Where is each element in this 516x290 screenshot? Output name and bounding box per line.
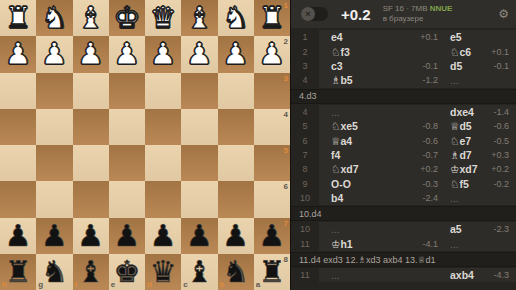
- white-pawn: ♟: [258, 39, 285, 69]
- engine-name: SF 16 · 7MB: [383, 4, 428, 13]
- black-move[interactable]: a5: [450, 223, 462, 235]
- square-f8[interactable]: ♝f: [73, 254, 109, 290]
- move-row: 10...a5-2.3: [291, 222, 516, 236]
- white-queen: ♛: [150, 3, 177, 33]
- move-eval: -0.1: [493, 61, 509, 71]
- move-number: 6: [291, 133, 319, 147]
- white-bishop: ♝: [186, 3, 213, 33]
- move-row: 4♗b5-1.2...: [291, 73, 516, 87]
- white-move-cell[interactable]: ...: [319, 222, 444, 236]
- move-list: 1e4+0.1e52♘f3♘c6+0.13c3-0.1d5-0.14♗b5-1.…: [291, 30, 516, 290]
- black-pawn: ♟: [77, 221, 104, 251]
- move-number: 1: [291, 30, 319, 44]
- black-move-cell[interactable]: e5: [444, 30, 516, 44]
- square-a1[interactable]: ♜1: [254, 0, 290, 36]
- black-pawn: ♟: [41, 221, 68, 251]
- square-a3[interactable]: 3: [254, 73, 290, 109]
- square-h6[interactable]: [0, 181, 36, 217]
- black-pawn: ♟: [150, 221, 177, 251]
- square-d5[interactable]: [145, 145, 181, 181]
- file-label-f: f: [75, 281, 78, 289]
- nnue-badge: NNUE: [430, 4, 453, 13]
- square-a7[interactable]: ♟7: [254, 218, 290, 254]
- white-pawn: ♟: [150, 39, 177, 69]
- analysis-panel: × +0.2 SF 16 · 7MB NNUE в браузере ⚙ 1e4…: [290, 0, 516, 290]
- chess-analysis-app: ♜♞♝♚♛♝♞♜1♟♟♟♟♟♟♟♟23456♟♟♟♟♟♟♟♟7♜h♞g♝f♚e♛…: [0, 0, 516, 290]
- black-bishop: ♝: [186, 257, 213, 287]
- engine-info: SF 16 · 7MB NNUE в браузере: [383, 4, 453, 25]
- move-number: 5: [291, 119, 319, 133]
- square-b7[interactable]: ♟: [218, 218, 254, 254]
- square-e2[interactable]: ♟: [109, 36, 145, 72]
- file-label-h: h: [2, 281, 7, 289]
- move-number: 8: [291, 162, 319, 176]
- black-move[interactable]: d5: [450, 60, 462, 72]
- square-c1[interactable]: ♝: [181, 0, 217, 36]
- move-number: 3: [291, 59, 319, 73]
- black-move[interactable]: ♘c6: [450, 46, 471, 58]
- white-move[interactable]: ♘f3: [331, 46, 350, 58]
- rank-label-4: 4: [284, 111, 288, 119]
- move-eval: -0.6: [493, 121, 509, 131]
- square-g7[interactable]: ♟: [36, 218, 72, 254]
- move-eval: -2.3: [493, 224, 509, 234]
- move-eval: +0.3: [491, 150, 509, 160]
- black-pawn: ♟: [222, 221, 249, 251]
- white-rook: ♜: [258, 3, 285, 33]
- square-c8[interactable]: ♝c: [181, 254, 217, 290]
- square-h7[interactable]: ♟: [0, 218, 36, 254]
- white-move-cell[interactable]: ♗b5-1.2: [319, 73, 444, 87]
- black-move-cell[interactable]: ...: [444, 237, 516, 251]
- move-eval: -0.1: [422, 61, 438, 71]
- black-move[interactable]: ...: [450, 238, 459, 250]
- black-rook: ♜: [5, 257, 32, 287]
- black-move-cell[interactable]: ...: [444, 191, 516, 205]
- square-f5[interactable]: [73, 145, 109, 181]
- square-f2[interactable]: ♟: [73, 36, 109, 72]
- move-row: 11♔h1-4.1...: [291, 237, 516, 251]
- black-pawn: ♟: [186, 221, 213, 251]
- engine-location: в браузере: [383, 14, 453, 24]
- move-eval: -0.6: [422, 136, 438, 146]
- rank-label-6: 6: [284, 183, 288, 191]
- move-number: 2: [291, 44, 319, 58]
- white-move-cell[interactable]: ♕a4-0.6: [319, 133, 444, 147]
- white-pawn: ♟: [113, 39, 140, 69]
- black-knight: ♞: [41, 257, 68, 287]
- move-number: 4: [291, 73, 319, 87]
- square-b2[interactable]: ♟: [218, 36, 254, 72]
- white-move-cell[interactable]: c3-0.1: [319, 59, 444, 73]
- square-e8[interactable]: ♚e: [109, 254, 145, 290]
- square-f7[interactable]: ♟: [73, 218, 109, 254]
- square-c2[interactable]: ♟: [181, 36, 217, 72]
- black-move-cell[interactable]: ♗d7+0.3: [444, 148, 516, 162]
- move-number: 4: [291, 105, 319, 119]
- square-e5[interactable]: [109, 145, 145, 181]
- white-move[interactable]: ♗b5: [331, 74, 353, 86]
- square-b3[interactable]: [218, 73, 254, 109]
- white-move-cell[interactable]: ♘f3: [319, 44, 444, 58]
- black-move[interactable]: axb4: [450, 269, 474, 281]
- square-g5[interactable]: [36, 145, 72, 181]
- black-move-cell[interactable]: dxe4-1.4: [444, 105, 516, 119]
- move-eval: -1.4: [493, 107, 509, 117]
- engine-toggle[interactable]: ×: [301, 7, 328, 21]
- square-d1[interactable]: ♛: [145, 0, 181, 36]
- square-b5[interactable]: [218, 145, 254, 181]
- white-pawn: ♟: [5, 39, 32, 69]
- square-g3[interactable]: [36, 73, 72, 109]
- square-g4[interactable]: [36, 109, 72, 145]
- move-number: 11: [291, 237, 319, 251]
- white-move-cell[interactable]: ♘xd7+0.2: [319, 162, 444, 176]
- move-eval: +0.2: [491, 164, 509, 174]
- black-pawn: ♟: [5, 221, 32, 251]
- move-eval: -4.1: [422, 239, 438, 249]
- square-d8[interactable]: ♛d: [145, 254, 181, 290]
- square-g6[interactable]: [36, 181, 72, 217]
- square-c6[interactable]: [181, 181, 217, 217]
- black-move[interactable]: e5: [450, 31, 462, 43]
- black-knight: ♞: [222, 257, 249, 287]
- file-label-g: g: [38, 281, 43, 289]
- white-bishop: ♝: [77, 3, 104, 33]
- square-h8[interactable]: ♜h: [0, 254, 36, 290]
- black-move-cell[interactable]: ♘c6+0.1: [444, 44, 516, 58]
- move-row: 5♘xe5-0.8♕d5-0.6: [291, 119, 516, 133]
- white-move[interactable]: e4: [331, 31, 343, 43]
- square-f3[interactable]: [73, 73, 109, 109]
- black-rook: ♜: [258, 257, 285, 287]
- close-icon: ×: [305, 9, 310, 19]
- black-move[interactable]: ...: [450, 74, 459, 86]
- move-number: 10: [291, 191, 319, 205]
- black-move[interactable]: ♔xd7: [450, 163, 478, 175]
- black-pawn: ♟: [258, 221, 285, 251]
- move-row: 7f4-0.7♗d7+0.3: [291, 148, 516, 162]
- black-queen: ♛: [150, 257, 177, 287]
- square-b6[interactable]: [218, 181, 254, 217]
- file-label-d: d: [147, 281, 152, 289]
- square-b8[interactable]: ♞b: [218, 254, 254, 290]
- white-rook: ♜: [5, 3, 32, 33]
- move-row: 10b4-2.4...: [291, 191, 516, 205]
- move-row: 8♘xd7+0.2♔xd7+0.2: [291, 162, 516, 176]
- square-d6[interactable]: [145, 181, 181, 217]
- variation-row[interactable]: 11.d4 exd3 12.♗xd3 axb4 13.♕d1: [291, 252, 516, 267]
- white-move[interactable]: ...: [331, 269, 340, 281]
- black-move[interactable]: ♘f5: [450, 178, 469, 190]
- engine-eval: +0.2: [341, 6, 371, 23]
- variation-row[interactable]: 10.d4: [291, 206, 516, 221]
- black-king: ♚: [113, 257, 140, 287]
- move-row: 3c3-0.1d5-0.1: [291, 59, 516, 73]
- square-c3[interactable]: [181, 73, 217, 109]
- black-move[interactable]: ...: [450, 192, 459, 204]
- square-e3[interactable]: [109, 73, 145, 109]
- white-move[interactable]: ♘xe5: [331, 120, 358, 132]
- move-eval: -0.8: [422, 121, 438, 131]
- rank-label-7: 7: [284, 220, 288, 228]
- variation-row[interactable]: 4.d3: [291, 89, 516, 104]
- white-move[interactable]: f4: [331, 149, 340, 161]
- black-move[interactable]: dxe4: [450, 106, 474, 118]
- gear-icon[interactable]: ⚙: [498, 7, 509, 21]
- move-eval: +0.1: [420, 32, 438, 42]
- white-move-cell[interactable]: ...: [319, 268, 444, 282]
- square-e4[interactable]: [109, 109, 145, 145]
- square-f1[interactable]: ♝: [73, 0, 109, 36]
- square-h4[interactable]: [0, 109, 36, 145]
- white-move-cell[interactable]: b4-2.4: [319, 191, 444, 205]
- white-move[interactable]: ...: [331, 106, 340, 118]
- square-c7[interactable]: ♟: [181, 218, 217, 254]
- square-d7[interactable]: ♟: [145, 218, 181, 254]
- white-move-cell[interactable]: ...: [319, 105, 444, 119]
- move-number: 9: [291, 177, 319, 191]
- black-move-cell[interactable]: d5-0.1: [444, 59, 516, 73]
- square-c5[interactable]: [181, 145, 217, 181]
- rank-label-3: 3: [284, 75, 288, 83]
- white-knight: ♞: [222, 3, 249, 33]
- black-move-cell[interactable]: ...: [444, 73, 516, 87]
- black-move[interactable]: ♗d7: [450, 149, 472, 161]
- chess-board: ♜♞♝♚♛♝♞♜1♟♟♟♟♟♟♟♟23456♟♟♟♟♟♟♟♟7♜h♞g♝f♚e♛…: [0, 0, 290, 290]
- move-number: 10: [291, 222, 319, 236]
- white-pawn: ♟: [222, 39, 249, 69]
- white-move[interactable]: ...: [331, 223, 340, 235]
- rank-label-1: 1: [284, 2, 288, 10]
- white-move[interactable]: ♘xd7: [331, 163, 359, 175]
- file-label-c: c: [183, 281, 187, 289]
- black-move[interactable]: ♕d5: [450, 120, 472, 132]
- move-row: 9O-O-0.3♘f5-0.2: [291, 177, 516, 191]
- move-eval: +0.2: [420, 164, 438, 174]
- white-king: ♚: [113, 3, 140, 33]
- square-a6[interactable]: 6: [254, 181, 290, 217]
- square-d3[interactable]: [145, 73, 181, 109]
- square-a8[interactable]: ♜8a: [254, 254, 290, 290]
- square-h2[interactable]: ♟: [0, 36, 36, 72]
- toggle-knob: ×: [301, 7, 315, 21]
- square-g8[interactable]: ♞g: [36, 254, 72, 290]
- engine-name-line: SF 16 · 7MB NNUE: [383, 4, 453, 14]
- black-pawn: ♟: [113, 221, 140, 251]
- engine-header: × +0.2 SF 16 · 7MB NNUE в браузере ⚙: [291, 0, 516, 28]
- white-move-cell[interactable]: ♘xe5-0.8: [319, 119, 444, 133]
- square-h5[interactable]: [0, 145, 36, 181]
- file-label-e: e: [111, 281, 115, 289]
- white-knight: ♞: [41, 3, 68, 33]
- square-c4[interactable]: [181, 109, 217, 145]
- file-label-b: b: [220, 281, 225, 289]
- square-e6[interactable]: [109, 181, 145, 217]
- rank-label-5: 5: [284, 147, 288, 155]
- move-row: 4...dxe4-1.4: [291, 105, 516, 119]
- square-d2[interactable]: ♟: [145, 36, 181, 72]
- move-eval: -1.2: [422, 75, 438, 85]
- black-move-cell[interactable]: ♘e7-0.5: [444, 133, 516, 147]
- square-e1[interactable]: ♚: [109, 0, 145, 36]
- white-move-cell[interactable]: f4-0.7: [319, 148, 444, 162]
- square-f6[interactable]: [73, 181, 109, 217]
- square-a2[interactable]: ♟2: [254, 36, 290, 72]
- square-g2[interactable]: ♟: [36, 36, 72, 72]
- white-move[interactable]: b4: [331, 192, 343, 204]
- black-move-cell[interactable]: a5-2.3: [444, 222, 516, 236]
- white-move[interactable]: ♕a4: [331, 135, 352, 147]
- black-move-cell[interactable]: ♕d5-0.6: [444, 119, 516, 133]
- square-f4[interactable]: [73, 109, 109, 145]
- white-move-cell[interactable]: O-O-0.3: [319, 177, 444, 191]
- move-eval: -2.4: [422, 193, 438, 203]
- square-e7[interactable]: ♟: [109, 218, 145, 254]
- square-b4[interactable]: [218, 109, 254, 145]
- white-pawn: ♟: [186, 39, 213, 69]
- move-number: 11: [291, 268, 319, 282]
- move-eval: -0.5: [493, 136, 509, 146]
- square-b1[interactable]: ♞: [218, 0, 254, 36]
- white-move-cell[interactable]: e4+0.1: [319, 30, 444, 44]
- square-g1[interactable]: ♞: [36, 0, 72, 36]
- rank-label-8: 8: [284, 256, 288, 264]
- black-move-cell[interactable]: ♔xd7+0.2: [444, 162, 516, 176]
- square-a4[interactable]: 4: [254, 109, 290, 145]
- black-bishop: ♝: [77, 257, 104, 287]
- move-row: 1e4+0.1e5: [291, 30, 516, 44]
- square-h3[interactable]: [0, 73, 36, 109]
- move-row: 11...axb4-4.3: [291, 268, 516, 282]
- square-h1[interactable]: ♜: [0, 0, 36, 36]
- move-eval: -0.2: [493, 179, 509, 189]
- black-move-cell[interactable]: axb4-4.3: [444, 268, 516, 282]
- move-eval: -0.3: [422, 179, 438, 189]
- rank-label-2: 2: [284, 38, 288, 46]
- move-row: 6♕a4-0.6♘e7-0.5: [291, 133, 516, 147]
- white-move-cell[interactable]: ♔h1-4.1: [319, 237, 444, 251]
- move-eval: +0.1: [491, 47, 509, 57]
- move-row: 2♘f3♘c6+0.1: [291, 44, 516, 58]
- square-a5[interactable]: 5: [254, 145, 290, 181]
- white-move[interactable]: ♔h1: [331, 238, 353, 250]
- white-move[interactable]: O-O: [331, 178, 351, 190]
- white-pawn: ♟: [41, 39, 68, 69]
- move-number: 7: [291, 148, 319, 162]
- move-eval: -0.7: [422, 150, 438, 160]
- white-pawn: ♟: [77, 39, 104, 69]
- square-d4[interactable]: [145, 109, 181, 145]
- black-move-cell[interactable]: ♘f5-0.2: [444, 177, 516, 191]
- white-move[interactable]: c3: [331, 60, 343, 72]
- black-move[interactable]: ♘e7: [450, 135, 471, 147]
- file-label-a: a: [256, 281, 260, 289]
- move-eval: -4.3: [493, 270, 509, 280]
